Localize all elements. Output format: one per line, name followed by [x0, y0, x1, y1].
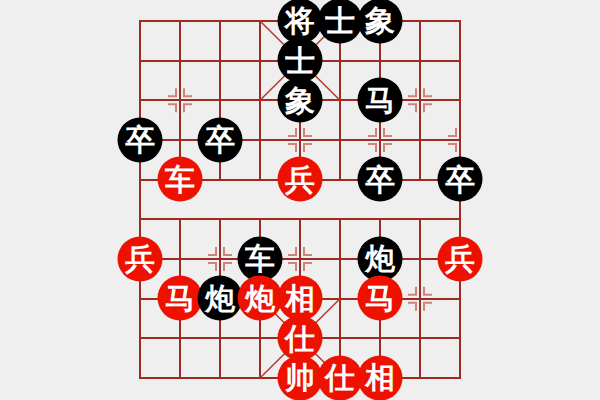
board-point[interactable]: 车: [160, 160, 200, 200]
piece-black[interactable]: 士: [278, 38, 323, 83]
board-point[interactable]: 士: [320, 1, 360, 41]
board-point[interactable]: 兵: [440, 239, 480, 279]
piece-black[interactable]: 马: [358, 78, 403, 123]
board-point[interactable]: 帅: [280, 358, 320, 398]
piece-red[interactable]: 相: [358, 355, 403, 400]
board-point[interactable]: 马: [160, 279, 200, 319]
app-background: 将士象士象马卒卒车兵卒卒兵车炮兵马炮炮相马仕帅仕相: [0, 0, 600, 400]
piece-red[interactable]: 相: [278, 276, 323, 321]
board-point[interactable]: 马: [360, 279, 400, 319]
piece-black[interactable]: 卒: [198, 117, 243, 162]
board-point[interactable]: 兵: [280, 160, 320, 200]
piece-black[interactable]: 炮: [358, 236, 403, 281]
board-point[interactable]: 象: [360, 1, 400, 41]
piece-red[interactable]: 兵: [438, 236, 483, 281]
piece-red[interactable]: 兵: [118, 236, 163, 281]
piece-red[interactable]: 马: [358, 276, 403, 321]
board-point[interactable]: 相: [280, 279, 320, 319]
piece-black[interactable]: 将: [278, 0, 323, 43]
board-point[interactable]: 炮: [360, 239, 400, 279]
piece-black[interactable]: 炮: [198, 276, 243, 321]
piece-black[interactable]: 象: [358, 0, 403, 43]
piece-red[interactable]: 帅: [278, 355, 323, 400]
board-point[interactable]: 象: [280, 80, 320, 120]
piece-black[interactable]: 象: [278, 78, 323, 123]
piece-black[interactable]: 卒: [118, 117, 163, 162]
piece-red[interactable]: 仕: [318, 355, 363, 400]
piece-black[interactable]: 卒: [438, 157, 483, 202]
board-point[interactable]: 卒: [440, 160, 480, 200]
xiangqi-board[interactable]: 将士象士象马卒卒车兵卒卒兵车炮兵马炮炮相马仕帅仕相: [120, 1, 480, 398]
board-point[interactable]: 卒: [120, 120, 160, 160]
board-point[interactable]: 马: [360, 80, 400, 120]
piece-black[interactable]: 士: [318, 0, 363, 43]
board-point[interactable]: 仕: [320, 358, 360, 398]
board-point[interactable]: 炮: [240, 279, 280, 319]
board-point[interactable]: 卒: [360, 160, 400, 200]
board-point[interactable]: 炮: [200, 279, 240, 319]
board-point[interactable]: 卒: [200, 120, 240, 160]
board-point[interactable]: 车: [240, 239, 280, 279]
board-point[interactable]: 兵: [120, 239, 160, 279]
board-point[interactable]: 士: [280, 41, 320, 81]
piece-red[interactable]: 仕: [278, 316, 323, 361]
board-point[interactable]: 仕: [280, 318, 320, 358]
piece-black[interactable]: 卒: [358, 157, 403, 202]
piece-black[interactable]: 车: [238, 236, 283, 281]
piece-red[interactable]: 兵: [278, 157, 323, 202]
board-point[interactable]: 将: [280, 1, 320, 41]
board-point[interactable]: 相: [360, 358, 400, 398]
piece-red[interactable]: 炮: [238, 276, 283, 321]
piece-red[interactable]: 车: [158, 157, 203, 202]
piece-red[interactable]: 马: [158, 276, 203, 321]
